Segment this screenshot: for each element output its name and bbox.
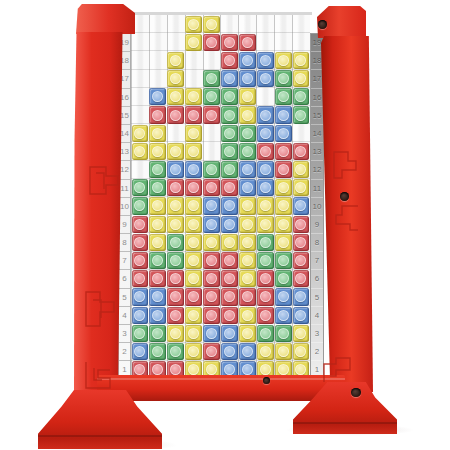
cell-r18c5[interactable] bbox=[203, 51, 221, 69]
cell-r14c10[interactable] bbox=[292, 124, 310, 142]
cell-r17c10[interactable] bbox=[292, 70, 310, 88]
block-yellow[interactable] bbox=[167, 143, 184, 160]
block-blue[interactable] bbox=[257, 70, 274, 87]
cell-r5c1[interactable] bbox=[131, 288, 149, 306]
cell-r8c3[interactable] bbox=[167, 233, 185, 251]
block-blue[interactable] bbox=[221, 197, 238, 214]
block-blue[interactable] bbox=[275, 106, 292, 123]
cell-r3c5[interactable] bbox=[203, 324, 221, 342]
cell-r8c2[interactable] bbox=[149, 233, 167, 251]
cell-r18c7[interactable] bbox=[238, 51, 256, 69]
cell-r7c8[interactable] bbox=[256, 251, 274, 269]
block-green[interactable] bbox=[293, 106, 310, 123]
cell-r15c2[interactable] bbox=[149, 106, 167, 124]
block-yellow[interactable] bbox=[185, 270, 202, 287]
cell-r17c9[interactable] bbox=[274, 70, 292, 88]
block-blue[interactable] bbox=[293, 197, 310, 214]
block-blue[interactable] bbox=[132, 343, 149, 360]
block-yellow[interactable] bbox=[149, 197, 166, 214]
block-yellow[interactable] bbox=[132, 143, 149, 160]
cell-r7c9[interactable] bbox=[274, 251, 292, 269]
cell-r13c6[interactable] bbox=[220, 142, 238, 160]
cell-r4c4[interactable] bbox=[185, 306, 203, 324]
block-yellow[interactable] bbox=[185, 88, 202, 105]
cell-r15c9[interactable] bbox=[274, 106, 292, 124]
block-red[interactable] bbox=[293, 270, 310, 287]
cell-r8c7[interactable] bbox=[238, 233, 256, 251]
cell-r18c9[interactable] bbox=[274, 51, 292, 69]
block-red[interactable] bbox=[203, 106, 220, 123]
block-yellow[interactable] bbox=[185, 125, 202, 142]
cell-r6c10[interactable] bbox=[292, 270, 310, 288]
block-green[interactable] bbox=[167, 343, 184, 360]
cell-r20c9[interactable] bbox=[274, 15, 292, 33]
cell-r17c1[interactable] bbox=[131, 70, 149, 88]
block-yellow[interactable] bbox=[185, 234, 202, 251]
cell-r18c3[interactable] bbox=[167, 51, 185, 69]
cell-r5c7[interactable] bbox=[238, 288, 256, 306]
block-red[interactable] bbox=[275, 161, 292, 178]
cell-r12c5[interactable] bbox=[203, 161, 221, 179]
cell-r20c4[interactable] bbox=[185, 15, 203, 33]
block-red[interactable] bbox=[203, 343, 220, 360]
block-red[interactable] bbox=[149, 106, 166, 123]
cell-r5c3[interactable] bbox=[167, 288, 185, 306]
cell-r11c2[interactable] bbox=[149, 179, 167, 197]
cell-r13c10[interactable] bbox=[292, 142, 310, 160]
block-blue[interactable] bbox=[221, 325, 238, 342]
cell-r7c3[interactable] bbox=[167, 251, 185, 269]
block-blue[interactable] bbox=[275, 125, 292, 142]
block-red[interactable] bbox=[221, 307, 238, 324]
cell-r11c10[interactable] bbox=[292, 179, 310, 197]
block-green[interactable] bbox=[293, 88, 310, 105]
block-green[interactable] bbox=[149, 179, 166, 196]
cell-r14c6[interactable] bbox=[220, 124, 238, 142]
block-yellow[interactable] bbox=[293, 343, 310, 360]
block-yellow[interactable] bbox=[239, 234, 256, 251]
cell-r17c8[interactable] bbox=[256, 70, 274, 88]
cell-r4c7[interactable] bbox=[238, 306, 256, 324]
cell-r10c3[interactable] bbox=[167, 197, 185, 215]
cell-r5c10[interactable] bbox=[292, 288, 310, 306]
cell-r20c2[interactable] bbox=[149, 15, 167, 33]
block-blue[interactable] bbox=[239, 70, 256, 87]
cell-r9c8[interactable] bbox=[256, 215, 274, 233]
cell-r15c7[interactable] bbox=[238, 106, 256, 124]
block-green[interactable] bbox=[149, 343, 166, 360]
cell-r9c3[interactable] bbox=[167, 215, 185, 233]
block-red[interactable] bbox=[185, 179, 202, 196]
cell-r2c3[interactable] bbox=[167, 342, 185, 360]
cell-r13c7[interactable] bbox=[238, 142, 256, 160]
cell-r5c2[interactable] bbox=[149, 288, 167, 306]
block-yellow[interactable] bbox=[167, 197, 184, 214]
block-red[interactable] bbox=[275, 143, 292, 160]
cell-r17c4[interactable] bbox=[185, 70, 203, 88]
block-yellow[interactable] bbox=[167, 88, 184, 105]
block-yellow[interactable] bbox=[132, 125, 149, 142]
block-red[interactable] bbox=[293, 252, 310, 269]
cell-r9c4[interactable] bbox=[185, 215, 203, 233]
block-yellow[interactable] bbox=[167, 52, 184, 69]
cell-r14c1[interactable] bbox=[131, 124, 149, 142]
cell-r20c5[interactable] bbox=[203, 15, 221, 33]
block-red[interactable] bbox=[185, 288, 202, 305]
cell-r5c5[interactable] bbox=[203, 288, 221, 306]
block-blue[interactable] bbox=[149, 288, 166, 305]
cell-r3c4[interactable] bbox=[185, 324, 203, 342]
cell-r6c8[interactable] bbox=[256, 270, 274, 288]
cell-r6c9[interactable] bbox=[274, 270, 292, 288]
cell-r15c6[interactable] bbox=[220, 106, 238, 124]
cell-r7c7[interactable] bbox=[238, 251, 256, 269]
cell-r3c3[interactable] bbox=[167, 324, 185, 342]
cell-r20c8[interactable] bbox=[256, 15, 274, 33]
block-red[interactable] bbox=[293, 234, 310, 251]
block-red[interactable] bbox=[293, 216, 310, 233]
block-red[interactable] bbox=[167, 106, 184, 123]
block-red[interactable] bbox=[203, 288, 220, 305]
block-yellow[interactable] bbox=[239, 88, 256, 105]
cell-r20c3[interactable] bbox=[167, 15, 185, 33]
cell-r14c2[interactable] bbox=[149, 124, 167, 142]
cell-r2c6[interactable] bbox=[220, 342, 238, 360]
cell-r10c2[interactable] bbox=[149, 197, 167, 215]
block-yellow[interactable] bbox=[167, 70, 184, 87]
cell-r18c10[interactable] bbox=[292, 51, 310, 69]
cell-r17c2[interactable] bbox=[149, 70, 167, 88]
block-red[interactable] bbox=[167, 270, 184, 287]
cell-r16c9[interactable] bbox=[274, 88, 292, 106]
cell-r8c6[interactable] bbox=[220, 233, 238, 251]
block-yellow[interactable] bbox=[275, 216, 292, 233]
cell-r18c2[interactable] bbox=[149, 51, 167, 69]
cell-r7c10[interactable] bbox=[292, 251, 310, 269]
block-yellow[interactable] bbox=[185, 343, 202, 360]
cell-r16c10[interactable] bbox=[292, 88, 310, 106]
block-green[interactable] bbox=[257, 252, 274, 269]
cell-r9c1[interactable] bbox=[131, 215, 149, 233]
cell-r5c8[interactable] bbox=[256, 288, 274, 306]
cell-r19c1[interactable] bbox=[131, 33, 149, 51]
block-green[interactable] bbox=[132, 325, 149, 342]
cell-r11c1[interactable] bbox=[131, 179, 149, 197]
cell-r9c9[interactable] bbox=[274, 215, 292, 233]
block-red[interactable] bbox=[203, 252, 220, 269]
cell-r11c8[interactable] bbox=[256, 179, 274, 197]
cell-r16c7[interactable] bbox=[238, 88, 256, 106]
cell-r3c1[interactable] bbox=[131, 324, 149, 342]
cell-r9c2[interactable] bbox=[149, 215, 167, 233]
cell-r14c7[interactable] bbox=[238, 124, 256, 142]
cell-r4c3[interactable] bbox=[167, 306, 185, 324]
block-yellow[interactable] bbox=[239, 252, 256, 269]
block-yellow[interactable] bbox=[275, 179, 292, 196]
block-blue[interactable] bbox=[149, 307, 166, 324]
block-yellow[interactable] bbox=[203, 16, 220, 33]
cell-r12c3[interactable] bbox=[167, 161, 185, 179]
cell-r13c5[interactable] bbox=[203, 142, 221, 160]
cell-r7c2[interactable] bbox=[149, 251, 167, 269]
block-yellow[interactable] bbox=[275, 343, 292, 360]
cell-r13c8[interactable] bbox=[256, 142, 274, 160]
cell-r12c8[interactable] bbox=[256, 161, 274, 179]
block-green[interactable] bbox=[221, 161, 238, 178]
cell-r14c8[interactable] bbox=[256, 124, 274, 142]
block-blue[interactable] bbox=[221, 216, 238, 233]
block-red[interactable] bbox=[203, 307, 220, 324]
block-red[interactable] bbox=[257, 270, 274, 287]
cell-r10c8[interactable] bbox=[256, 197, 274, 215]
cell-r19c6[interactable] bbox=[220, 33, 238, 51]
cell-r16c8[interactable] bbox=[256, 88, 274, 106]
block-yellow[interactable] bbox=[185, 34, 202, 51]
cell-r15c4[interactable] bbox=[185, 106, 203, 124]
block-yellow[interactable] bbox=[257, 197, 274, 214]
block-red[interactable] bbox=[221, 252, 238, 269]
cell-r17c5[interactable] bbox=[203, 70, 221, 88]
block-red[interactable] bbox=[203, 270, 220, 287]
block-red[interactable] bbox=[149, 270, 166, 287]
cell-r11c6[interactable] bbox=[220, 179, 238, 197]
block-red[interactable] bbox=[257, 307, 274, 324]
block-green[interactable] bbox=[221, 88, 238, 105]
cell-r9c10[interactable] bbox=[292, 215, 310, 233]
cell-r12c1[interactable] bbox=[131, 161, 149, 179]
block-red[interactable] bbox=[239, 34, 256, 51]
cell-r14c3[interactable] bbox=[167, 124, 185, 142]
block-blue[interactable] bbox=[203, 216, 220, 233]
block-yellow[interactable] bbox=[185, 325, 202, 342]
block-red[interactable] bbox=[221, 270, 238, 287]
cell-r18c1[interactable] bbox=[131, 51, 149, 69]
block-yellow[interactable] bbox=[203, 234, 220, 251]
block-red[interactable] bbox=[132, 270, 149, 287]
cell-r13c4[interactable] bbox=[185, 142, 203, 160]
block-green[interactable] bbox=[132, 197, 149, 214]
cell-r3c9[interactable] bbox=[274, 324, 292, 342]
cell-r15c3[interactable] bbox=[167, 106, 185, 124]
cell-r7c1[interactable] bbox=[131, 251, 149, 269]
block-yellow[interactable] bbox=[293, 161, 310, 178]
cell-r16c6[interactable] bbox=[220, 88, 238, 106]
cell-r8c8[interactable] bbox=[256, 233, 274, 251]
block-red[interactable] bbox=[293, 143, 310, 160]
block-red[interactable] bbox=[221, 52, 238, 69]
block-red[interactable] bbox=[185, 106, 202, 123]
block-blue[interactable] bbox=[293, 307, 310, 324]
cell-r13c9[interactable] bbox=[274, 142, 292, 160]
cell-r19c5[interactable] bbox=[203, 33, 221, 51]
cell-r20c10[interactable] bbox=[292, 15, 310, 33]
block-red[interactable] bbox=[132, 252, 149, 269]
block-yellow[interactable] bbox=[185, 197, 202, 214]
block-red[interactable] bbox=[257, 143, 274, 160]
cell-r11c9[interactable] bbox=[274, 179, 292, 197]
cell-r20c6[interactable] bbox=[220, 15, 238, 33]
cell-r17c6[interactable] bbox=[220, 70, 238, 88]
block-blue[interactable] bbox=[275, 307, 292, 324]
cell-r2c8[interactable] bbox=[256, 342, 274, 360]
block-yellow[interactable] bbox=[239, 106, 256, 123]
block-yellow[interactable] bbox=[257, 343, 274, 360]
block-yellow[interactable] bbox=[185, 16, 202, 33]
block-yellow[interactable] bbox=[149, 216, 166, 233]
block-green[interactable] bbox=[203, 88, 220, 105]
cell-r2c5[interactable] bbox=[203, 342, 221, 360]
cell-r4c8[interactable] bbox=[256, 306, 274, 324]
cell-r6c6[interactable] bbox=[220, 270, 238, 288]
block-blue[interactable] bbox=[257, 179, 274, 196]
cell-r2c1[interactable] bbox=[131, 342, 149, 360]
block-red[interactable] bbox=[132, 234, 149, 251]
cell-r4c10[interactable] bbox=[292, 306, 310, 324]
block-blue[interactable] bbox=[257, 125, 274, 142]
block-yellow[interactable] bbox=[167, 325, 184, 342]
cell-r17c3[interactable] bbox=[167, 70, 185, 88]
block-blue[interactable] bbox=[221, 70, 238, 87]
cell-r12c9[interactable] bbox=[274, 161, 292, 179]
block-green[interactable] bbox=[275, 88, 292, 105]
cell-r4c5[interactable] bbox=[203, 306, 221, 324]
block-yellow[interactable] bbox=[185, 216, 202, 233]
cell-r19c8[interactable] bbox=[256, 33, 274, 51]
block-blue[interactable] bbox=[132, 288, 149, 305]
block-yellow[interactable] bbox=[167, 216, 184, 233]
cell-r4c1[interactable] bbox=[131, 306, 149, 324]
block-red[interactable] bbox=[132, 216, 149, 233]
cell-r3c8[interactable] bbox=[256, 324, 274, 342]
cell-r18c8[interactable] bbox=[256, 51, 274, 69]
cell-r9c5[interactable] bbox=[203, 215, 221, 233]
block-yellow[interactable] bbox=[185, 307, 202, 324]
cell-r2c4[interactable] bbox=[185, 342, 203, 360]
block-yellow[interactable] bbox=[239, 270, 256, 287]
cell-r16c3[interactable] bbox=[167, 88, 185, 106]
cell-r2c10[interactable] bbox=[292, 342, 310, 360]
cell-r16c2[interactable] bbox=[149, 88, 167, 106]
block-yellow[interactable] bbox=[239, 197, 256, 214]
cell-r12c4[interactable] bbox=[185, 161, 203, 179]
cell-r11c7[interactable] bbox=[238, 179, 256, 197]
block-blue[interactable] bbox=[203, 197, 220, 214]
block-green[interactable] bbox=[149, 252, 166, 269]
cell-r13c3[interactable] bbox=[167, 142, 185, 160]
cell-r6c7[interactable] bbox=[238, 270, 256, 288]
block-red[interactable] bbox=[221, 179, 238, 196]
cell-r16c1[interactable] bbox=[131, 88, 149, 106]
cell-r2c7[interactable] bbox=[238, 342, 256, 360]
cell-r7c4[interactable] bbox=[185, 251, 203, 269]
block-green[interactable] bbox=[275, 70, 292, 87]
block-green[interactable] bbox=[221, 143, 238, 160]
block-green[interactable] bbox=[257, 325, 274, 342]
block-blue[interactable] bbox=[293, 288, 310, 305]
block-yellow[interactable] bbox=[239, 325, 256, 342]
cell-r6c4[interactable] bbox=[185, 270, 203, 288]
cell-r18c4[interactable] bbox=[185, 51, 203, 69]
cell-r14c9[interactable] bbox=[274, 124, 292, 142]
cell-r6c1[interactable] bbox=[131, 270, 149, 288]
block-blue[interactable] bbox=[239, 52, 256, 69]
cell-r5c9[interactable] bbox=[274, 288, 292, 306]
block-blue[interactable] bbox=[221, 343, 238, 360]
block-green[interactable] bbox=[275, 252, 292, 269]
cell-r19c2[interactable] bbox=[149, 33, 167, 51]
cell-r9c7[interactable] bbox=[238, 215, 256, 233]
cell-r12c10[interactable] bbox=[292, 161, 310, 179]
block-blue[interactable] bbox=[149, 88, 166, 105]
block-green[interactable] bbox=[275, 270, 292, 287]
cell-r12c2[interactable] bbox=[149, 161, 167, 179]
cell-r3c2[interactable] bbox=[149, 324, 167, 342]
cell-r10c4[interactable] bbox=[185, 197, 203, 215]
cell-r8c5[interactable] bbox=[203, 233, 221, 251]
block-blue[interactable] bbox=[185, 161, 202, 178]
block-green[interactable] bbox=[257, 234, 274, 251]
block-red[interactable] bbox=[257, 288, 274, 305]
block-blue[interactable] bbox=[203, 325, 220, 342]
cell-r10c9[interactable] bbox=[274, 197, 292, 215]
cell-r20c7[interactable] bbox=[238, 15, 256, 33]
block-blue[interactable] bbox=[239, 179, 256, 196]
block-green[interactable] bbox=[149, 161, 166, 178]
block-green[interactable] bbox=[203, 161, 220, 178]
cell-r19c4[interactable] bbox=[185, 33, 203, 51]
cell-r14c4[interactable] bbox=[185, 124, 203, 142]
block-blue[interactable] bbox=[257, 106, 274, 123]
cell-r8c1[interactable] bbox=[131, 233, 149, 251]
block-green[interactable] bbox=[167, 252, 184, 269]
block-red[interactable] bbox=[167, 307, 184, 324]
block-green[interactable] bbox=[167, 234, 184, 251]
cell-r13c1[interactable] bbox=[131, 142, 149, 160]
cell-r4c9[interactable] bbox=[274, 306, 292, 324]
cell-r10c7[interactable] bbox=[238, 197, 256, 215]
cell-r13c2[interactable] bbox=[149, 142, 167, 160]
block-yellow[interactable] bbox=[185, 252, 202, 269]
cell-r19c7[interactable] bbox=[238, 33, 256, 51]
cell-r6c5[interactable] bbox=[203, 270, 221, 288]
block-blue[interactable] bbox=[167, 161, 184, 178]
cell-r11c4[interactable] bbox=[185, 179, 203, 197]
block-red[interactable] bbox=[239, 288, 256, 305]
cell-r4c6[interactable] bbox=[220, 306, 238, 324]
cell-r9c6[interactable] bbox=[220, 215, 238, 233]
cell-r8c9[interactable] bbox=[274, 233, 292, 251]
block-red[interactable] bbox=[203, 179, 220, 196]
cell-r5c4[interactable] bbox=[185, 288, 203, 306]
block-yellow[interactable] bbox=[257, 216, 274, 233]
cell-r8c10[interactable] bbox=[292, 233, 310, 251]
block-yellow[interactable] bbox=[221, 234, 238, 251]
cell-r10c5[interactable] bbox=[203, 197, 221, 215]
cell-r16c4[interactable] bbox=[185, 88, 203, 106]
cell-r3c7[interactable] bbox=[238, 324, 256, 342]
cell-r19c3[interactable] bbox=[167, 33, 185, 51]
cell-r12c7[interactable] bbox=[238, 161, 256, 179]
cell-r11c5[interactable] bbox=[203, 179, 221, 197]
cell-r4c2[interactable] bbox=[149, 306, 167, 324]
block-yellow[interactable] bbox=[293, 325, 310, 342]
cell-r2c9[interactable] bbox=[274, 342, 292, 360]
cell-r15c8[interactable] bbox=[256, 106, 274, 124]
cell-r19c9[interactable] bbox=[274, 33, 292, 51]
block-blue[interactable] bbox=[257, 52, 274, 69]
block-yellow[interactable] bbox=[239, 307, 256, 324]
cell-r19c10[interactable] bbox=[292, 33, 310, 51]
